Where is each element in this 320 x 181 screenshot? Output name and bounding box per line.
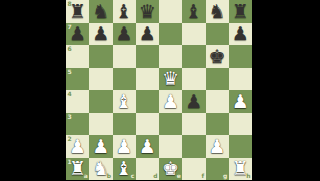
black-pawn[interactable]: ♟	[89, 23, 112, 46]
square-c1[interactable]: c♝	[113, 158, 136, 181]
square-h5[interactable]	[229, 68, 252, 91]
white-pawn[interactable]: ♟	[159, 90, 182, 113]
white-knight[interactable]: ♞	[89, 158, 112, 181]
white-queen[interactable]: ♛	[159, 68, 182, 91]
white-rook[interactable]: ♜	[229, 158, 252, 181]
square-c5[interactable]	[113, 68, 136, 91]
white-bishop[interactable]: ♝	[113, 158, 136, 181]
black-pawn[interactable]: ♟	[136, 23, 159, 46]
black-rook[interactable]: ♜	[229, 0, 252, 23]
square-f3[interactable]	[182, 113, 205, 136]
black-bishop[interactable]: ♝	[113, 0, 136, 23]
black-queen[interactable]: ♛	[136, 0, 159, 23]
square-e4[interactable]: ♟	[159, 90, 182, 113]
square-f5[interactable]	[182, 68, 205, 91]
square-d3[interactable]	[136, 113, 159, 136]
square-f1[interactable]: f	[182, 158, 205, 181]
square-g7[interactable]	[206, 23, 229, 46]
square-e7[interactable]	[159, 23, 182, 46]
black-pawn[interactable]: ♟	[66, 23, 89, 46]
square-c7[interactable]: ♟	[113, 23, 136, 46]
file-label-d: d	[153, 173, 157, 179]
square-g2[interactable]: ♟	[206, 135, 229, 158]
square-c8[interactable]: ♝	[113, 0, 136, 23]
square-b5[interactable]	[89, 68, 112, 91]
white-pawn[interactable]: ♟	[136, 135, 159, 158]
white-rook[interactable]: ♜	[66, 158, 89, 181]
square-c6[interactable]	[113, 45, 136, 68]
letterbox-left	[0, 0, 66, 180]
square-a7[interactable]: 7♟	[66, 23, 89, 46]
square-f8[interactable]: ♝	[182, 0, 205, 23]
square-h1[interactable]: h♜	[229, 158, 252, 181]
square-e1[interactable]: e♚	[159, 158, 182, 181]
square-h7[interactable]: ♟	[229, 23, 252, 46]
square-b1[interactable]: b♞	[89, 158, 112, 181]
file-label-g: g	[223, 173, 227, 179]
black-bishop[interactable]: ♝	[182, 0, 205, 23]
file-label-f: f	[201, 173, 204, 179]
rank-label-4: 4	[68, 91, 72, 97]
white-pawn[interactable]: ♟	[89, 135, 112, 158]
white-pawn[interactable]: ♟	[66, 135, 89, 158]
square-a3[interactable]: 3	[66, 113, 89, 136]
black-pawn[interactable]: ♟	[113, 23, 136, 46]
square-d5[interactable]	[136, 68, 159, 91]
square-a1[interactable]: 1a♜	[66, 158, 89, 181]
square-f7[interactable]	[182, 23, 205, 46]
square-a2[interactable]: 2♟	[66, 135, 89, 158]
square-a8[interactable]: 8♜	[66, 0, 89, 23]
square-b6[interactable]	[89, 45, 112, 68]
black-pawn[interactable]: ♟	[182, 90, 205, 113]
black-pawn[interactable]: ♟	[229, 23, 252, 46]
rank-label-3: 3	[68, 114, 72, 120]
square-d7[interactable]: ♟	[136, 23, 159, 46]
square-a5[interactable]: 5	[66, 68, 89, 91]
square-g3[interactable]	[206, 113, 229, 136]
square-f2[interactable]	[182, 135, 205, 158]
white-king[interactable]: ♚	[159, 158, 182, 181]
black-king[interactable]: ♚	[206, 45, 229, 68]
black-knight[interactable]: ♞	[89, 0, 112, 23]
square-e6[interactable]	[159, 45, 182, 68]
square-e8[interactable]	[159, 0, 182, 23]
square-b3[interactable]	[89, 113, 112, 136]
black-rook[interactable]: ♜	[66, 0, 89, 23]
white-pawn[interactable]: ♟	[229, 90, 252, 113]
square-d2[interactable]: ♟	[136, 135, 159, 158]
square-h2[interactable]	[229, 135, 252, 158]
chess-board: 8♜♞♝♛♝♞♜7♟♟♟♟♟6♚5♛4♝♟♟♟32♟♟♟♟♟1a♜b♞c♝de♚…	[66, 0, 252, 180]
square-h4[interactable]: ♟	[229, 90, 252, 113]
square-d8[interactable]: ♛	[136, 0, 159, 23]
rank-label-5: 5	[68, 69, 72, 75]
square-b4[interactable]	[89, 90, 112, 113]
square-g8[interactable]: ♞	[206, 0, 229, 23]
square-d1[interactable]: d	[136, 158, 159, 181]
square-d6[interactable]	[136, 45, 159, 68]
square-f4[interactable]: ♟	[182, 90, 205, 113]
square-g6[interactable]: ♚	[206, 45, 229, 68]
square-a6[interactable]: 6	[66, 45, 89, 68]
square-g5[interactable]	[206, 68, 229, 91]
square-c2[interactable]: ♟	[113, 135, 136, 158]
square-e5[interactable]: ♛	[159, 68, 182, 91]
square-c3[interactable]	[113, 113, 136, 136]
square-g4[interactable]	[206, 90, 229, 113]
white-pawn[interactable]: ♟	[113, 135, 136, 158]
square-b7[interactable]: ♟	[89, 23, 112, 46]
square-a4[interactable]: 4	[66, 90, 89, 113]
black-knight[interactable]: ♞	[206, 0, 229, 23]
white-bishop[interactable]: ♝	[113, 90, 136, 113]
square-h8[interactable]: ♜	[229, 0, 252, 23]
square-g1[interactable]: g	[206, 158, 229, 181]
square-b2[interactable]: ♟	[89, 135, 112, 158]
white-pawn[interactable]: ♟	[206, 135, 229, 158]
square-c4[interactable]: ♝	[113, 90, 136, 113]
letterbox-right	[252, 0, 320, 180]
square-h3[interactable]	[229, 113, 252, 136]
square-h6[interactable]	[229, 45, 252, 68]
square-f6[interactable]	[182, 45, 205, 68]
chess-app-screen: 8♜♞♝♛♝♞♜7♟♟♟♟♟6♚5♛4♝♟♟♟32♟♟♟♟♟1a♜b♞c♝de♚…	[0, 0, 320, 180]
rank-label-6: 6	[68, 46, 72, 52]
square-d4[interactable]	[136, 90, 159, 113]
square-b8[interactable]: ♞	[89, 0, 112, 23]
square-e2[interactable]	[159, 135, 182, 158]
square-e3[interactable]	[159, 113, 182, 136]
